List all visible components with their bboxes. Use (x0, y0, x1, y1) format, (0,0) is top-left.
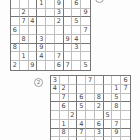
puzzle-1-cell-r3c5[interactable] (46, 9, 55, 18)
puzzle-2-cell-r7c3[interactable] (69, 129, 78, 138)
puzzle-2-cell-r4c9[interactable] (121, 102, 130, 111)
puzzle-1-cell-r6c7[interactable]: 9 (64, 35, 73, 44)
puzzle-1-cell-r8c5[interactable] (46, 52, 55, 61)
puzzle-1-cell-r9c8[interactable] (72, 61, 81, 70)
puzzle-1-cell-r8c9[interactable] (81, 52, 90, 61)
puzzle-1-cell-r4c4[interactable] (37, 17, 46, 26)
puzzle-1-cell-r7c8[interactable]: 3 (72, 44, 81, 53)
puzzle-1-cell-r9c6[interactable]: 6 (55, 61, 64, 70)
puzzle-1-cell-r8c2[interactable]: 1 (20, 52, 29, 61)
puzzle-2-cell-r6c3[interactable] (69, 120, 78, 129)
puzzle-1-cell-r5c6[interactable] (55, 26, 64, 35)
puzzle-2-cell-r5c2[interactable] (60, 111, 69, 120)
puzzle-2-cell-r1c3[interactable] (69, 76, 78, 85)
puzzle-1-cell-r4c5[interactable] (46, 17, 55, 26)
sudoku-grid-2: 3764217768565282514678739 (50, 75, 131, 140)
puzzle-2-cell-r7c4[interactable]: 7 (77, 129, 86, 138)
puzzle-1-cell-r7c9[interactable] (81, 44, 90, 53)
puzzle-1-cell-r9c3[interactable]: 9 (29, 61, 38, 70)
puzzle-2-cell-r1c4[interactable] (77, 76, 86, 85)
puzzle-1-cell-r3c7[interactable] (64, 9, 73, 18)
puzzle-1-cell-r4c3[interactable]: 4 (29, 17, 38, 26)
puzzle-2-cell-r3c5[interactable] (86, 94, 95, 103)
puzzle-2-cell-r4c1[interactable] (51, 102, 60, 111)
puzzle-2-cell-r1c7[interactable] (104, 76, 113, 85)
puzzle-2-cell-r6c1[interactable] (51, 120, 60, 129)
puzzle-2-cell-r3c3[interactable] (69, 94, 78, 103)
puzzle-1-cell-r4c8[interactable]: 5 (72, 17, 81, 26)
puzzle-1-cell-r7c3[interactable] (29, 44, 38, 53)
puzzle-2-cell-r3c9[interactable] (121, 94, 130, 103)
puzzle-1-cell-r4c1[interactable] (11, 17, 20, 26)
puzzle-2-cell-r4c7[interactable] (104, 102, 113, 111)
puzzle-1-cell-r2c3[interactable] (29, 0, 38, 9)
puzzle-1-cell-r9c5[interactable] (46, 61, 55, 70)
puzzle-sheet: 196239742567839489314729675 2 3764217768… (0, 0, 140, 140)
puzzle-2-cell-r4c4[interactable]: 5 (77, 102, 86, 111)
puzzle-1-cell-r4c2[interactable]: 7 (20, 17, 29, 26)
puzzle-2-cell-r6c5[interactable] (86, 120, 95, 129)
puzzle-1-cell-r5c5[interactable] (46, 26, 55, 35)
puzzle-2-cell-r8c6[interactable] (95, 137, 104, 140)
puzzle-1-cell-r8c3[interactable] (29, 52, 38, 61)
puzzle-1-cell-r4c6[interactable]: 2 (55, 17, 64, 26)
puzzle-2-cell-r5c3[interactable]: 2 (69, 111, 78, 120)
puzzle-2-cell-r5c1[interactable] (51, 111, 60, 120)
puzzle-1-cell-r9c7[interactable]: 7 (64, 61, 73, 70)
puzzle-2-cell-r8c1[interactable] (51, 137, 60, 140)
puzzle-1-cell-r8c7[interactable] (64, 52, 73, 61)
puzzle-1-cell-r8c4[interactable]: 4 (37, 52, 46, 61)
puzzle-2-cell-r7c7[interactable] (104, 129, 113, 138)
puzzle-1-cell-r5c3[interactable] (29, 26, 38, 35)
puzzle-2-cell-r4c8[interactable]: 8 (112, 102, 121, 111)
puzzle-1-cell-r9c2[interactable] (20, 61, 29, 70)
puzzle-2-cell-r8c9[interactable] (121, 137, 130, 140)
puzzle-1-cell-r9c9[interactable]: 5 (81, 61, 90, 70)
puzzle-2-cell-r3c2[interactable]: 7 (60, 94, 69, 103)
puzzle-2-cell-r8c8[interactable] (112, 137, 121, 140)
sudoku-grid-1: 196239742567839489314729675 (10, 0, 91, 71)
puzzle-2-cell-r4c2[interactable]: 6 (60, 102, 69, 111)
puzzle-2-cell-r3c7[interactable] (104, 94, 113, 103)
puzzle-1-cell-r2c8[interactable]: 6 (72, 0, 81, 9)
puzzle-1-cell-r2c7[interactable] (64, 0, 73, 9)
puzzle-1-cell-r5c8[interactable] (72, 26, 81, 35)
puzzle-1-cell-r9c1[interactable]: 2 (11, 61, 20, 70)
puzzle-2-cell-r8c5[interactable] (86, 137, 95, 140)
puzzle-1-cell-r2c1[interactable] (11, 0, 20, 9)
puzzle-2-cell-r7c5[interactable] (86, 129, 95, 138)
puzzle-2-cell-r1c6[interactable] (95, 76, 104, 85)
puzzle-2-cell-r4c6[interactable]: 2 (95, 102, 104, 111)
puzzle-2-cell-r5c4[interactable] (77, 111, 86, 120)
puzzle-2-cell-r4c3[interactable] (69, 102, 78, 111)
puzzle-1-cell-r3c6[interactable]: 3 (55, 9, 64, 18)
puzzle-2-cell-r3c8[interactable]: 5 (112, 94, 121, 103)
puzzle-1-cell-r5c2[interactable] (20, 26, 29, 35)
puzzle-1-cell-r9c4[interactable] (37, 61, 46, 70)
puzzle-1-cell-r3c8[interactable] (72, 9, 81, 18)
puzzle-2-cell-r6c7[interactable] (104, 120, 113, 129)
puzzle-1-cell-r5c7[interactable] (64, 26, 73, 35)
puzzle-1-cell-r6c6[interactable] (55, 35, 64, 44)
puzzle-1-cell-r3c4[interactable] (37, 9, 46, 18)
puzzle-2-cell-r2c9[interactable]: 7 (121, 85, 130, 94)
puzzle-2-cell-r8c2[interactable] (60, 137, 69, 140)
puzzle-1-cell-r5c1[interactable]: 6 (11, 26, 20, 35)
puzzle-2-cell-r3c6[interactable]: 8 (95, 94, 104, 103)
puzzle-2-cell-r7c8[interactable]: 9 (112, 129, 121, 138)
puzzle-2-cell-r5c9[interactable] (121, 111, 130, 120)
puzzle-2-cell-r7c9[interactable] (121, 129, 130, 138)
puzzle-2-cell-r3c1[interactable] (51, 94, 60, 103)
puzzle-2-cell-r2c7[interactable] (104, 85, 113, 94)
puzzle-1-cell-r6c9[interactable] (81, 35, 90, 44)
puzzle-1-cell-r4c9[interactable] (81, 17, 90, 26)
puzzle-2-cell-r6c9[interactable] (121, 120, 130, 129)
puzzle-2-cell-r7c2[interactable]: 8 (60, 129, 69, 138)
puzzle-1-cell-r5c9[interactable]: 7 (81, 26, 90, 35)
puzzle-2-cell-r8c4[interactable] (77, 137, 86, 140)
puzzle-1-cell-r3c9[interactable]: 9 (81, 9, 90, 18)
puzzle-1-cell-r7c7[interactable] (64, 44, 73, 53)
puzzle-2-cell-r5c6[interactable] (95, 111, 104, 120)
puzzle-2-cell-r8c3[interactable] (69, 137, 78, 140)
puzzle-1-cell-r6c5[interactable] (46, 35, 55, 44)
puzzle-1-cell-r8c8[interactable] (72, 52, 81, 61)
puzzle-1-cell-r2c4[interactable]: 1 (37, 0, 46, 9)
puzzle-2-number-badge: 2 (34, 78, 43, 87)
puzzle-1-number-badge (95, 0, 104, 3)
puzzle-1-cell-r8c1[interactable] (11, 52, 20, 61)
puzzle-2-cell-r5c7[interactable]: 5 (104, 111, 113, 120)
puzzle-2-cell-r7c6[interactable]: 3 (95, 129, 104, 138)
puzzle-2-cell-r2c3[interactable] (69, 85, 78, 94)
puzzle-2-cell-r8c7[interactable] (104, 137, 113, 140)
puzzle-2-cell-r2c1[interactable]: 4 (51, 85, 60, 94)
puzzle-1-cell-r8c6[interactable]: 7 (55, 52, 64, 61)
puzzle-2-cell-r3c4[interactable]: 6 (77, 94, 86, 103)
puzzle-1-cell-r4c7[interactable] (64, 17, 73, 26)
puzzle-2-cell-r5c8[interactable] (112, 111, 121, 120)
puzzle-1-cell-r6c2[interactable]: 8 (20, 35, 29, 44)
puzzle-1-cell-r3c2[interactable]: 2 (20, 9, 29, 18)
puzzle-1-cell-r7c5[interactable] (46, 44, 55, 53)
puzzle-1-cell-r7c1[interactable]: 8 (11, 44, 20, 53)
puzzle-1-cell-r2c5[interactable] (46, 0, 55, 9)
puzzle-2-cell-r7c1[interactable] (51, 129, 60, 138)
puzzle-2-cell-r4c5[interactable] (86, 102, 95, 111)
puzzle-2-cell-r2c5[interactable] (86, 85, 95, 94)
puzzle-1-cell-r6c3[interactable] (29, 35, 38, 44)
puzzle-2-cell-r5c5[interactable] (86, 111, 95, 120)
puzzle-1-cell-r3c1[interactable] (11, 9, 20, 18)
puzzle-2-cell-r1c5[interactable]: 7 (86, 76, 95, 85)
puzzle-1-cell-r5c4[interactable] (37, 26, 46, 35)
puzzle-1-cell-r3c3[interactable] (29, 9, 38, 18)
